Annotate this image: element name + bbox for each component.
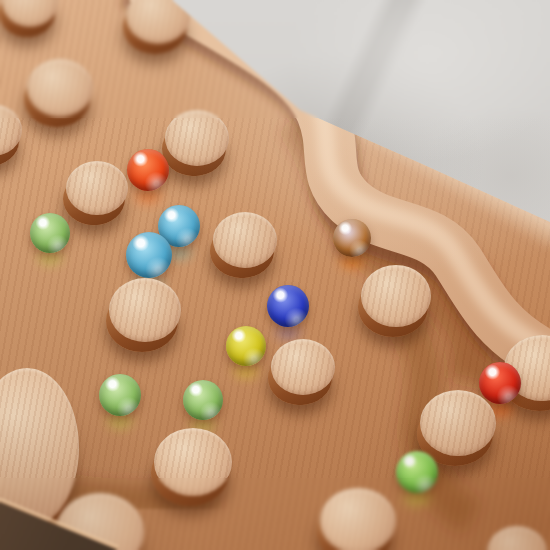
marble-bright-green[interactable] [396,451,438,493]
marble-amber-pearl[interactable] [333,219,371,257]
wooden-peg [154,428,232,496]
marble-sky-blue[interactable] [126,232,172,278]
marble-green[interactable] [183,380,223,420]
wooden-peg [109,278,181,342]
wooden-peg [487,526,547,550]
marble-green[interactable] [30,213,70,253]
wooden-peg [361,265,431,327]
wooden-peg [320,488,396,550]
marble-green[interactable] [99,374,141,416]
marble-red-orange[interactable] [127,149,169,191]
wooden-peg [27,59,93,117]
wooden-peg [165,110,229,166]
wooden-peg [0,104,22,156]
wooden-peg [2,0,58,27]
wooden-peg [213,212,277,268]
marble-cobalt-blue[interactable] [267,285,309,327]
marble-board-photo [0,0,550,550]
wooden-peg [271,339,335,395]
wooden-peg [66,161,128,215]
marble-yellow[interactable] [226,326,266,366]
wooden-peg [420,390,496,456]
